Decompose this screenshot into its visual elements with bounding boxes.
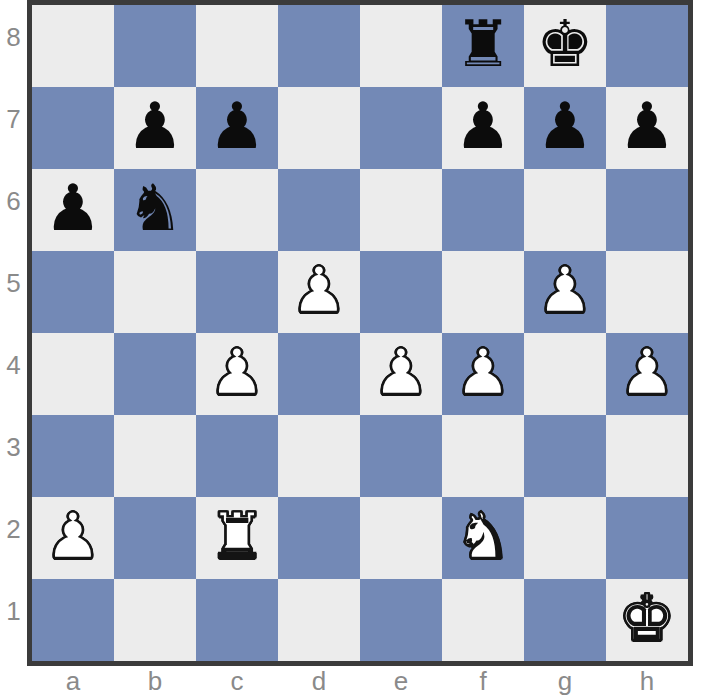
file-label-h: h: [606, 666, 688, 697]
square-d2[interactable]: [278, 497, 360, 579]
square-e7[interactable]: [360, 87, 442, 169]
square-d4[interactable]: [278, 333, 360, 415]
file-label-c: c: [196, 666, 278, 697]
square-h6[interactable]: [606, 169, 688, 251]
square-c8[interactable]: [196, 5, 278, 87]
file-label-b: b: [114, 666, 196, 697]
square-b1[interactable]: [114, 579, 196, 661]
square-g7[interactable]: ♟: [524, 87, 606, 169]
square-c6[interactable]: [196, 169, 278, 251]
square-a5[interactable]: [32, 251, 114, 333]
square-e1[interactable]: [360, 579, 442, 661]
square-f5[interactable]: [442, 251, 524, 333]
square-h4[interactable]: ♟: [606, 333, 688, 415]
square-b5[interactable]: [114, 251, 196, 333]
square-f4[interactable]: ♟: [442, 333, 524, 415]
square-e6[interactable]: [360, 169, 442, 251]
square-a2[interactable]: ♟: [32, 497, 114, 579]
rank-label-6: 6: [0, 169, 27, 251]
piece-white-pawn[interactable]: ♟: [618, 340, 675, 404]
square-d8[interactable]: [278, 5, 360, 87]
piece-white-pawn[interactable]: ♟: [290, 258, 347, 322]
rank-label-8: 8: [0, 5, 27, 87]
square-f8[interactable]: ♜: [442, 5, 524, 87]
square-g1[interactable]: [524, 579, 606, 661]
square-c3[interactable]: [196, 415, 278, 497]
square-d1[interactable]: [278, 579, 360, 661]
piece-black-rook[interactable]: ♜: [454, 12, 511, 76]
rank-label-1: 1: [0, 579, 27, 661]
square-b8[interactable]: [114, 5, 196, 87]
piece-black-pawn[interactable]: ♟: [536, 94, 593, 158]
file-label-a: a: [32, 666, 114, 697]
square-b7[interactable]: ♟: [114, 87, 196, 169]
square-d7[interactable]: [278, 87, 360, 169]
file-label-d: d: [278, 666, 360, 697]
square-g4[interactable]: [524, 333, 606, 415]
rank-labels: 87654321: [0, 0, 27, 666]
piece-white-pawn[interactable]: ♟: [454, 340, 511, 404]
square-h5[interactable]: [606, 251, 688, 333]
square-h1[interactable]: ♚: [606, 579, 688, 661]
square-c4[interactable]: ♟: [196, 333, 278, 415]
square-f7[interactable]: ♟: [442, 87, 524, 169]
square-g3[interactable]: [524, 415, 606, 497]
square-e5[interactable]: [360, 251, 442, 333]
square-h2[interactable]: [606, 497, 688, 579]
piece-white-pawn[interactable]: ♟: [208, 340, 265, 404]
piece-black-pawn[interactable]: ♟: [618, 94, 675, 158]
square-h3[interactable]: [606, 415, 688, 497]
square-d6[interactable]: [278, 169, 360, 251]
file-label-f: f: [442, 666, 524, 697]
corner-spacer: [0, 666, 27, 697]
square-d3[interactable]: [278, 415, 360, 497]
piece-black-pawn[interactable]: ♟: [44, 176, 101, 240]
square-d5[interactable]: ♟: [278, 251, 360, 333]
square-f6[interactable]: [442, 169, 524, 251]
square-h8[interactable]: [606, 5, 688, 87]
piece-black-pawn[interactable]: ♟: [208, 94, 265, 158]
rank-label-4: 4: [0, 333, 27, 415]
square-a6[interactable]: ♟: [32, 169, 114, 251]
file-label-e: e: [360, 666, 442, 697]
square-e4[interactable]: ♟: [360, 333, 442, 415]
square-g8[interactable]: ♚: [524, 5, 606, 87]
piece-black-knight[interactable]: ♞: [126, 176, 183, 240]
square-f2[interactable]: ♞: [442, 497, 524, 579]
piece-black-king[interactable]: ♚: [536, 12, 593, 76]
file-label-g: g: [524, 666, 606, 697]
piece-white-pawn[interactable]: ♟: [372, 340, 429, 404]
square-a4[interactable]: [32, 333, 114, 415]
square-c7[interactable]: ♟: [196, 87, 278, 169]
piece-black-pawn[interactable]: ♟: [126, 94, 183, 158]
square-b3[interactable]: [114, 415, 196, 497]
piece-white-knight[interactable]: ♞: [454, 504, 511, 568]
square-c2[interactable]: ♜: [196, 497, 278, 579]
piece-white-pawn[interactable]: ♟: [536, 258, 593, 322]
square-a1[interactable]: [32, 579, 114, 661]
rank-label-7: 7: [0, 87, 27, 169]
square-e2[interactable]: [360, 497, 442, 579]
rank-label-2: 2: [0, 497, 27, 579]
square-f1[interactable]: [442, 579, 524, 661]
square-e8[interactable]: [360, 5, 442, 87]
rank-label-5: 5: [0, 251, 27, 333]
square-c1[interactable]: [196, 579, 278, 661]
chess-board: ♜♚♟♟♟♟♟♟♞♟♟♟♟♟♟♟♜♞♚: [27, 0, 693, 666]
square-a3[interactable]: [32, 415, 114, 497]
square-b4[interactable]: [114, 333, 196, 415]
square-f3[interactable]: [442, 415, 524, 497]
square-a8[interactable]: [32, 5, 114, 87]
piece-black-pawn[interactable]: ♟: [454, 94, 511, 158]
square-c5[interactable]: [196, 251, 278, 333]
piece-white-king[interactable]: ♚: [618, 586, 675, 650]
piece-white-pawn[interactable]: ♟: [44, 504, 101, 568]
square-e3[interactable]: [360, 415, 442, 497]
file-labels: abcdefgh: [27, 666, 693, 697]
square-g2[interactable]: [524, 497, 606, 579]
square-h7[interactable]: ♟: [606, 87, 688, 169]
square-g6[interactable]: [524, 169, 606, 251]
piece-white-rook[interactable]: ♜: [208, 504, 265, 568]
rank-label-3: 3: [0, 415, 27, 497]
board-squares: ♜♚♟♟♟♟♟♟♞♟♟♟♟♟♟♟♜♞♚: [32, 5, 688, 661]
square-a7[interactable]: [32, 87, 114, 169]
square-g5[interactable]: ♟: [524, 251, 606, 333]
chessboard-layout: 87654321 ♜♚♟♟♟♟♟♟♞♟♟♟♟♟♟♟♜♞♚ abcdefgh: [0, 0, 693, 697]
square-b6[interactable]: ♞: [114, 169, 196, 251]
square-b2[interactable]: [114, 497, 196, 579]
